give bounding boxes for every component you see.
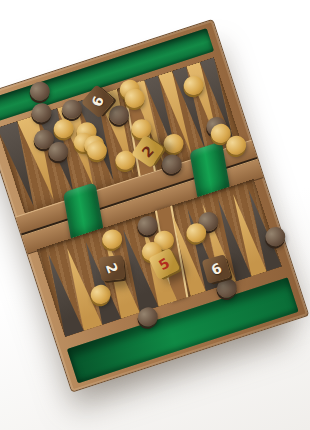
die-dark-wood-2[interactable]: 2	[99, 255, 125, 281]
backgammon-board: 62256	[0, 19, 309, 393]
product-photo-scene: 62256	[0, 0, 310, 430]
die-numeral: 2	[104, 261, 121, 275]
die-numeral: 6	[209, 261, 224, 278]
die-numeral: 5	[157, 255, 173, 272]
die-numeral: 6	[90, 94, 107, 108]
die-numeral: 2	[139, 143, 156, 160]
